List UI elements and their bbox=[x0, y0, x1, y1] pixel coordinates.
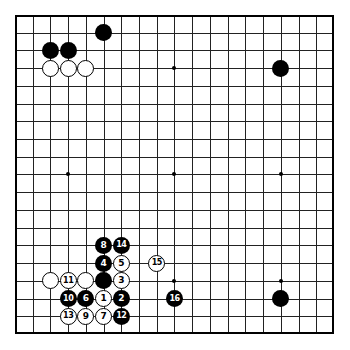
intersection-D16 bbox=[59, 59, 77, 77]
intersection-K3: 16 bbox=[166, 290, 184, 308]
stone-black-G2-move-12: 12 bbox=[113, 308, 130, 325]
star-point-cell bbox=[166, 272, 184, 290]
star-point-cell bbox=[166, 166, 184, 184]
intersection-E4 bbox=[77, 272, 95, 290]
stone-black-F5-move-4: 4 bbox=[95, 255, 112, 272]
stone-white-E4 bbox=[77, 272, 94, 289]
intersection-F2: 7 bbox=[95, 307, 113, 325]
stone-white-G5-move-5: 5 bbox=[113, 255, 130, 272]
stone-black-F4 bbox=[95, 272, 112, 289]
stone-black-G6-move-14: 14 bbox=[113, 237, 130, 254]
star-point-dot bbox=[279, 279, 283, 283]
stone-white-D2-move-13: 13 bbox=[60, 308, 77, 325]
star-point-dot bbox=[66, 172, 70, 176]
intersection-D2: 13 bbox=[59, 307, 77, 325]
intersection-F5: 4 bbox=[95, 254, 113, 272]
intersection-F3: 1 bbox=[95, 290, 113, 308]
intersection-D4: 11 bbox=[59, 272, 77, 290]
intersection-D3: 10 bbox=[59, 290, 77, 308]
star-point-dot bbox=[172, 172, 176, 176]
stones-layer: 12345678910111213141516 bbox=[6, 6, 343, 343]
star-point-cell bbox=[166, 59, 184, 77]
intersection-G3: 2 bbox=[112, 290, 130, 308]
star-point-cell bbox=[272, 166, 290, 184]
intersection-J5: 15 bbox=[148, 254, 166, 272]
intersection-G6: 14 bbox=[112, 237, 130, 255]
intersection-E3: 6 bbox=[77, 290, 95, 308]
stone-black-D3-move-10: 10 bbox=[60, 290, 77, 307]
stone-black-D17 bbox=[60, 42, 77, 59]
intersection-C4 bbox=[42, 272, 60, 290]
intersection-E2: 9 bbox=[77, 307, 95, 325]
intersection-G5: 5 bbox=[112, 254, 130, 272]
intersection-F4 bbox=[95, 272, 113, 290]
intersection-Q3 bbox=[272, 290, 290, 308]
stone-white-F2-move-7: 7 bbox=[95, 308, 112, 325]
stone-white-G4-move-3: 3 bbox=[113, 272, 130, 289]
intersection-F18 bbox=[95, 24, 113, 42]
stone-black-E3-move-6: 6 bbox=[77, 290, 94, 307]
stone-white-C16 bbox=[42, 60, 59, 77]
intersection-E16 bbox=[77, 59, 95, 77]
intersection-G2: 12 bbox=[112, 307, 130, 325]
go-board: 12345678910111213141516 bbox=[0, 0, 350, 350]
stone-black-Q16 bbox=[272, 60, 289, 77]
intersection-F6: 8 bbox=[95, 237, 113, 255]
star-point-cell bbox=[272, 272, 290, 290]
stone-white-D16 bbox=[60, 60, 77, 77]
intersection-C17 bbox=[42, 42, 60, 60]
intersection-D17 bbox=[59, 42, 77, 60]
stone-white-E2-move-9: 9 bbox=[77, 308, 94, 325]
star-point-cell bbox=[59, 166, 77, 184]
star-point-dot bbox=[279, 172, 283, 176]
stone-white-D4-move-11: 11 bbox=[60, 272, 77, 289]
stone-white-F3-move-1: 1 bbox=[95, 290, 112, 307]
stone-white-J5-move-15: 15 bbox=[148, 255, 165, 272]
intersection-C16 bbox=[42, 59, 60, 77]
star-point-dot bbox=[172, 279, 176, 283]
intersection-G4: 3 bbox=[112, 272, 130, 290]
stone-black-C17 bbox=[42, 42, 59, 59]
stone-black-Q3 bbox=[272, 290, 289, 307]
stone-white-E16 bbox=[77, 60, 94, 77]
stone-black-F18 bbox=[95, 24, 112, 41]
star-point-dot bbox=[172, 66, 176, 70]
stone-black-F6-move-8: 8 bbox=[95, 237, 112, 254]
intersection-Q16 bbox=[272, 59, 290, 77]
stone-white-C4 bbox=[42, 272, 59, 289]
stone-black-K3-move-16: 16 bbox=[166, 290, 183, 307]
stone-black-G3-move-2: 2 bbox=[113, 290, 130, 307]
